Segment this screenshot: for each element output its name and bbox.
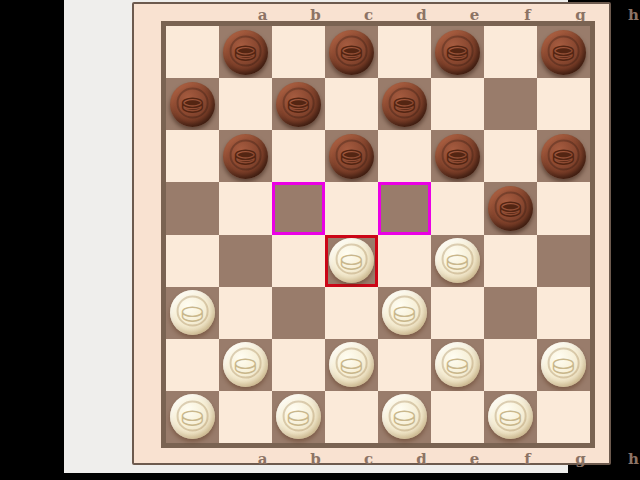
square-f5[interactable] — [431, 182, 484, 234]
piece-black-man[interactable]: ⛂ — [488, 186, 533, 231]
square-f2[interactable]: ⛀ — [431, 339, 484, 391]
piece-white-man[interactable]: ⛀ — [276, 394, 321, 439]
square-c5[interactable] — [272, 182, 325, 234]
square-a3[interactable]: ⛀ — [166, 287, 219, 339]
square-f8[interactable]: ⛂ — [431, 26, 484, 78]
square-d3[interactable] — [325, 287, 378, 339]
square-a2[interactable] — [166, 339, 219, 391]
square-e4[interactable] — [378, 235, 431, 287]
square-a1[interactable]: ⛀ — [166, 391, 219, 443]
square-c6[interactable] — [272, 130, 325, 182]
square-c7[interactable]: ⛂ — [272, 78, 325, 130]
square-h6[interactable]: ⛂ — [537, 130, 590, 182]
piece-white-man[interactable]: ⛀ — [223, 342, 268, 387]
square-a7[interactable]: ⛂ — [166, 78, 219, 130]
square-d5[interactable] — [325, 182, 378, 234]
coord-label-h: h — [607, 451, 640, 468]
coord-label-h: h — [607, 7, 640, 24]
square-b6[interactable]: ⛂ — [219, 130, 272, 182]
square-e5[interactable] — [378, 182, 431, 234]
square-f6[interactable]: ⛂ — [431, 130, 484, 182]
piece-black-man[interactable]: ⛂ — [329, 134, 374, 179]
square-h4[interactable] — [537, 235, 590, 287]
coord-label-b: b — [289, 451, 342, 468]
square-e1[interactable]: ⛀ — [378, 391, 431, 443]
coord-label-a: a — [236, 451, 289, 468]
square-c1[interactable]: ⛀ — [272, 391, 325, 443]
square-d2[interactable]: ⛀ — [325, 339, 378, 391]
piece-white-man[interactable]: ⛀ — [170, 290, 215, 335]
piece-white-man[interactable]: ⛀ — [329, 342, 374, 387]
content-area: abcdefgh abcdefgh 87654321 87654321 ⛂⛂⛂⛂… — [64, 0, 568, 473]
square-g6[interactable] — [484, 130, 537, 182]
piece-white-man[interactable]: ⛀ — [170, 394, 215, 439]
piece-white-man[interactable]: ⛀ — [541, 342, 586, 387]
square-a4[interactable] — [166, 235, 219, 287]
square-g3[interactable] — [484, 287, 537, 339]
square-c8[interactable] — [272, 26, 325, 78]
square-h2[interactable]: ⛀ — [537, 339, 590, 391]
square-c3[interactable] — [272, 287, 325, 339]
square-b3[interactable] — [219, 287, 272, 339]
square-b2[interactable]: ⛀ — [219, 339, 272, 391]
square-e8[interactable] — [378, 26, 431, 78]
square-g8[interactable] — [484, 26, 537, 78]
coord-label-d: d — [395, 451, 448, 468]
square-e7[interactable]: ⛂ — [378, 78, 431, 130]
coord-label-c: c — [342, 451, 395, 468]
square-g2[interactable] — [484, 339, 537, 391]
square-h8[interactable]: ⛂ — [537, 26, 590, 78]
square-g7[interactable] — [484, 78, 537, 130]
file-labels-bottom: abcdefgh — [236, 451, 640, 468]
square-f1[interactable] — [431, 391, 484, 443]
square-h3[interactable] — [537, 287, 590, 339]
square-h1[interactable] — [537, 391, 590, 443]
piece-black-man[interactable]: ⛂ — [223, 134, 268, 179]
square-h5[interactable] — [537, 182, 590, 234]
square-e2[interactable] — [378, 339, 431, 391]
square-c4[interactable] — [272, 235, 325, 287]
piece-white-man[interactable]: ⛀ — [435, 238, 480, 283]
square-a6[interactable] — [166, 130, 219, 182]
square-b1[interactable] — [219, 391, 272, 443]
coord-label-g: g — [554, 451, 607, 468]
piece-black-man[interactable]: ⛂ — [435, 30, 480, 75]
piece-white-man[interactable]: ⛀ — [382, 290, 427, 335]
square-e6[interactable] — [378, 130, 431, 182]
square-g1[interactable]: ⛀ — [484, 391, 537, 443]
piece-black-man[interactable]: ⛂ — [541, 134, 586, 179]
coord-label-f: f — [501, 451, 554, 468]
square-a8[interactable] — [166, 26, 219, 78]
square-d8[interactable]: ⛂ — [325, 26, 378, 78]
square-d1[interactable] — [325, 391, 378, 443]
square-d6[interactable]: ⛂ — [325, 130, 378, 182]
piece-white-man[interactable]: ⛀ — [382, 394, 427, 439]
piece-black-man[interactable]: ⛂ — [329, 30, 374, 75]
piece-white-man[interactable]: ⛀ — [435, 342, 480, 387]
square-f4[interactable]: ⛀ — [431, 235, 484, 287]
square-f3[interactable] — [431, 287, 484, 339]
square-b4[interactable] — [219, 235, 272, 287]
piece-black-man[interactable]: ⛂ — [382, 82, 427, 127]
square-d7[interactable] — [325, 78, 378, 130]
coord-label-e: e — [448, 451, 501, 468]
square-b5[interactable] — [219, 182, 272, 234]
board-grid: ⛂⛂⛂⛂⛂⛂⛂⛂⛂⛂⛂⛂⛀⛀⛀⛀⛀⛀⛀⛀⛀⛀⛀⛀ — [161, 21, 595, 448]
piece-black-man[interactable]: ⛂ — [435, 134, 480, 179]
piece-black-man[interactable]: ⛂ — [276, 82, 321, 127]
square-b8[interactable]: ⛂ — [219, 26, 272, 78]
piece-black-man[interactable]: ⛂ — [170, 82, 215, 127]
piece-white-man[interactable]: ⛀ — [488, 394, 533, 439]
square-d4[interactable]: ⛀ — [325, 235, 378, 287]
square-a5[interactable] — [166, 182, 219, 234]
square-g4[interactable] — [484, 235, 537, 287]
square-h7[interactable] — [537, 78, 590, 130]
square-c2[interactable] — [272, 339, 325, 391]
square-b7[interactable] — [219, 78, 272, 130]
square-e3[interactable]: ⛀ — [378, 287, 431, 339]
piece-black-man[interactable]: ⛂ — [223, 30, 268, 75]
piece-white-man[interactable]: ⛀ — [329, 238, 374, 283]
square-f7[interactable] — [431, 78, 484, 130]
square-g5[interactable]: ⛂ — [484, 182, 537, 234]
piece-black-man[interactable]: ⛂ — [541, 30, 586, 75]
